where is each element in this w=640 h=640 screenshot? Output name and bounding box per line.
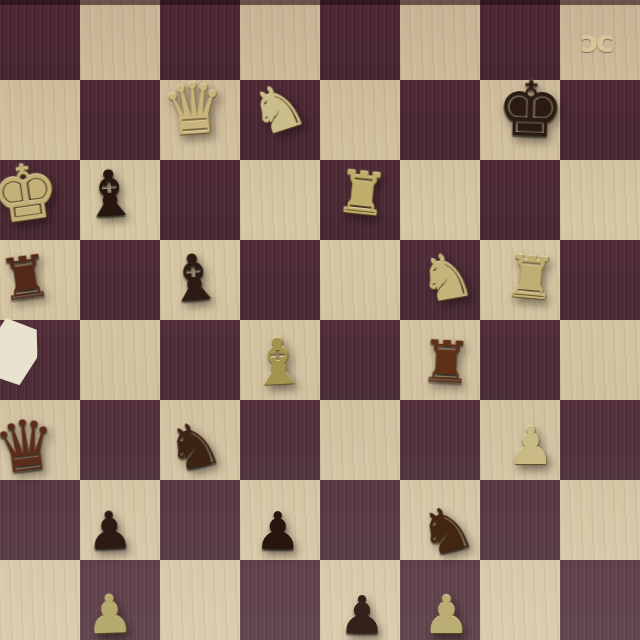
piece-black-pawn-e1[interactable]: ♟ — [322, 575, 402, 640]
square-g1[interactable] — [480, 560, 560, 640]
piece-black-bishop-b6[interactable]: ♝ — [67, 151, 152, 236]
square-h1[interactable] — [560, 560, 640, 640]
square-d6[interactable] — [240, 160, 320, 240]
square-e2[interactable] — [320, 480, 400, 560]
square-d3[interactable] — [240, 400, 320, 480]
square-b7[interactable] — [80, 80, 160, 160]
piece-white-queen-c7[interactable]: ♛ — [151, 67, 236, 152]
square-a8[interactable] — [0, 0, 80, 80]
square-f6[interactable] — [400, 160, 480, 240]
square-b3[interactable] — [80, 400, 160, 480]
chess-board-photo: ♛♞♚♚♝♜♜♝♞♜♝♜♛♞♟♟♟♞♟♟♟ ɔc — [0, 0, 640, 640]
square-b4[interactable] — [80, 320, 160, 400]
square-d5[interactable] — [240, 240, 320, 320]
square-e4[interactable] — [320, 320, 400, 400]
square-b5[interactable] — [80, 240, 160, 320]
square-f7[interactable] — [400, 80, 480, 160]
piece-black-pawn-d2[interactable]: ♟ — [238, 491, 318, 571]
piece-black-queen-a3[interactable]: ♛ — [0, 402, 70, 491]
square-e7[interactable] — [320, 80, 400, 160]
piece-black-pawn-b2[interactable]: ♟ — [67, 488, 151, 572]
piece-white-knight-f5[interactable]: ♞ — [400, 232, 493, 325]
square-h6[interactable] — [560, 160, 640, 240]
square-e8[interactable] — [320, 0, 400, 80]
square-h4[interactable] — [560, 320, 640, 400]
piece-black-king-g7[interactable]: ♚ — [489, 68, 572, 151]
square-h3[interactable] — [560, 400, 640, 480]
piece-white-pawn-b1[interactable]: ♟ — [68, 573, 151, 640]
square-c1[interactable] — [160, 560, 240, 640]
piece-white-pawn-f1[interactable]: ♟ — [406, 575, 486, 640]
piece-white-bishop-d4[interactable]: ♝ — [236, 320, 320, 404]
piece-black-bishop-c5[interactable]: ♝ — [150, 234, 238, 322]
square-h7[interactable] — [560, 80, 640, 160]
square-f3[interactable] — [400, 400, 480, 480]
maker-mark-icon: ɔc — [580, 24, 611, 59]
square-c4[interactable] — [160, 320, 240, 400]
square-h2[interactable] — [560, 480, 640, 560]
piece-black-rook-f4[interactable]: ♜ — [404, 320, 488, 404]
square-g6[interactable] — [480, 160, 560, 240]
piece-white-pawn-g3[interactable]: ♟ — [491, 406, 571, 486]
square-f8[interactable] — [400, 0, 480, 80]
square-b8[interactable] — [80, 0, 160, 80]
piece-white-rook-e6[interactable]: ♜ — [318, 150, 406, 238]
square-e5[interactable] — [320, 240, 400, 320]
piece-white-rook-g5[interactable]: ♜ — [487, 235, 574, 322]
piece-white-king-a6[interactable]: ♚ — [0, 149, 70, 239]
piece-black-rook-a5[interactable]: ♜ — [0, 233, 70, 323]
square-d1[interactable] — [240, 560, 320, 640]
square-c6[interactable] — [160, 160, 240, 240]
square-g4[interactable] — [480, 320, 560, 400]
square-e3[interactable] — [320, 400, 400, 480]
chess-board: ♛♞♚♚♝♜♜♝♞♜♝♜♛♞♟♟♟♞♟♟♟ — [0, 0, 640, 640]
